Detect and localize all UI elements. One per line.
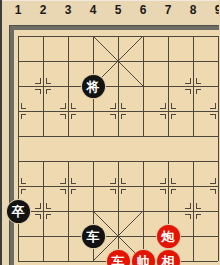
file-label-5: 5 (106, 0, 131, 20)
file-label-6: 6 (131, 0, 156, 20)
pieces-layer: 将卒车炮车帅相 (6, 24, 220, 265)
file-label-7: 7 (156, 0, 181, 20)
file-labels: 1 2 3 4 5 6 7 8 9 (6, 0, 220, 20)
piece-red-chariot[interactable]: 车 (107, 250, 130, 265)
piece-black-chariot[interactable]: 车 (82, 225, 105, 248)
file-label-9: 9 (206, 0, 220, 20)
file-label-1: 1 (6, 0, 31, 20)
piece-red-elephant[interactable]: 相 (157, 250, 180, 265)
piece-red-cannon[interactable]: 炮 (157, 225, 180, 248)
window-left-border (0, 0, 2, 265)
piece-black-general[interactable]: 将 (82, 75, 105, 98)
piece-red-general[interactable]: 帅 (132, 250, 155, 265)
piece-black-soldier[interactable]: 卒 (7, 200, 30, 223)
file-label-2: 2 (31, 0, 56, 20)
file-label-4: 4 (81, 0, 106, 20)
file-label-3: 3 (56, 0, 81, 20)
file-label-8: 8 (181, 0, 206, 20)
